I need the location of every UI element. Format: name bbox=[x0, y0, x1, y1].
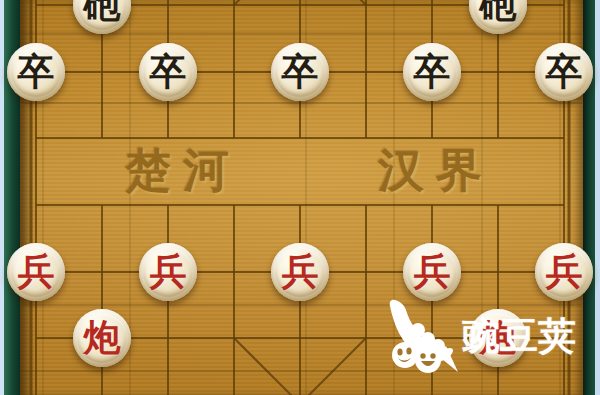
piece-character: 兵 bbox=[18, 242, 55, 300]
piece-character: 卒 bbox=[414, 42, 451, 100]
piece-character: 卒 bbox=[18, 42, 55, 100]
piece-black-soldier[interactable]: 卒 bbox=[139, 43, 197, 101]
watermark-text: 豌豆荚 bbox=[462, 311, 576, 362]
piece-character: 兵 bbox=[546, 242, 583, 300]
piece-black-cannon[interactable]: 砲 bbox=[73, 0, 131, 34]
piece-red-cannon[interactable]: 炮 bbox=[73, 309, 131, 367]
piece-character: 兵 bbox=[150, 242, 187, 300]
piece-red-soldier[interactable]: 兵 bbox=[139, 243, 197, 301]
piece-black-cannon[interactable]: 砲 bbox=[469, 0, 527, 34]
piece-black-soldier[interactable]: 卒 bbox=[535, 43, 593, 101]
piece-red-soldier[interactable]: 兵 bbox=[271, 243, 329, 301]
piece-black-soldier[interactable]: 卒 bbox=[403, 43, 461, 101]
piece-character: 卒 bbox=[546, 42, 583, 100]
piece-character: 砲 bbox=[84, 0, 121, 33]
piece-character: 兵 bbox=[414, 242, 451, 300]
piece-black-soldier[interactable]: 卒 bbox=[7, 43, 65, 101]
piece-black-soldier[interactable]: 卒 bbox=[271, 43, 329, 101]
xiangqi-board-screenshot: 楚河 汉界 砲砲卒卒卒卒卒兵兵兵兵兵炮炮 豌豆荚 bbox=[0, 0, 600, 395]
piece-character: 砲 bbox=[480, 0, 517, 33]
piece-red-soldier[interactable]: 兵 bbox=[535, 243, 593, 301]
piece-red-soldier[interactable]: 兵 bbox=[403, 243, 461, 301]
piece-red-soldier[interactable]: 兵 bbox=[7, 243, 65, 301]
piece-character: 卒 bbox=[150, 42, 187, 100]
piece-character: 卒 bbox=[282, 42, 319, 100]
watermark: 豌豆荚 bbox=[388, 298, 576, 374]
piece-character: 兵 bbox=[282, 242, 319, 300]
wandoujia-peapod-icon bbox=[388, 298, 460, 374]
piece-character: 炮 bbox=[84, 308, 121, 366]
